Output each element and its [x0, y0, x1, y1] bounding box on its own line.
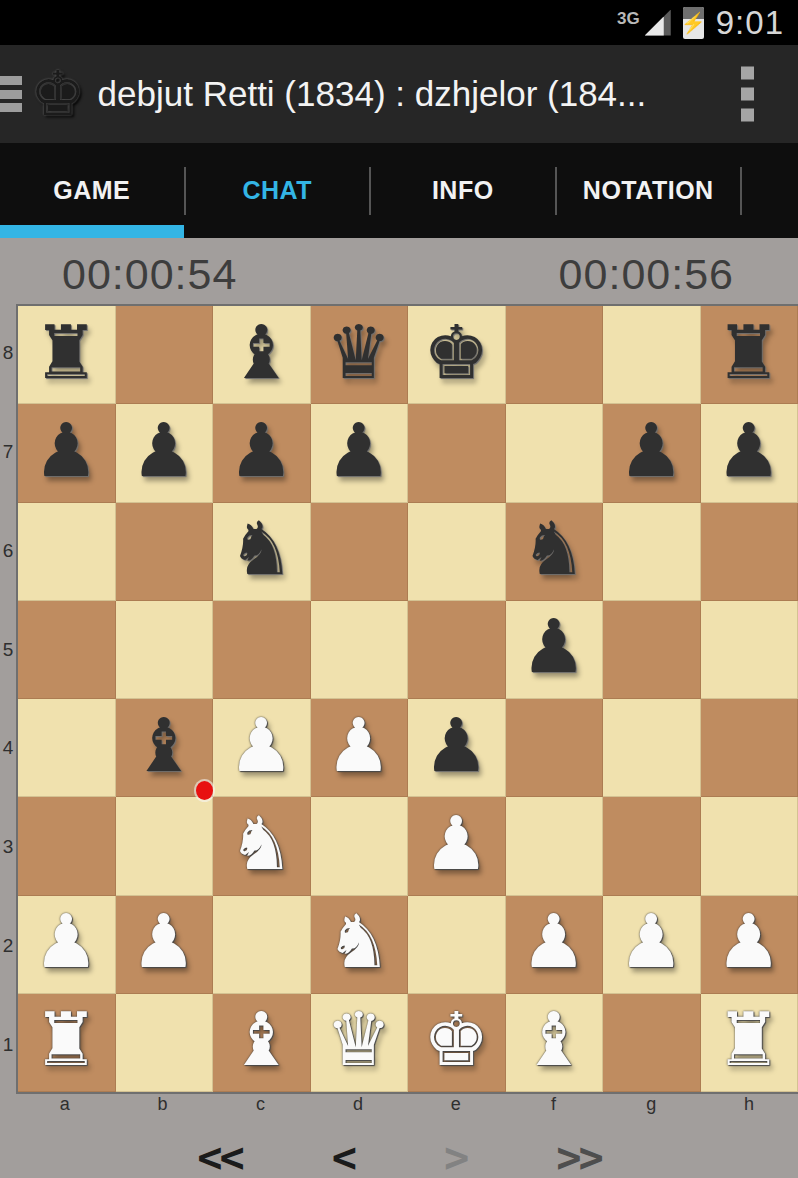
file-label-c: c	[212, 1094, 310, 1114]
square-c3[interactable]: ♞	[213, 797, 311, 895]
square-d8[interactable]: ♛	[311, 306, 409, 404]
game-title: debjut Retti (1834) : dzhjelor (184...	[98, 74, 647, 114]
clock-row: 00:00:54 00:00:56	[0, 238, 798, 304]
square-e7[interactable]	[408, 404, 506, 502]
file-label-g: g	[603, 1094, 701, 1114]
rank-label-7: 7	[0, 403, 16, 502]
piece-white-pawn: ♟	[228, 708, 294, 782]
square-e6[interactable]	[408, 503, 506, 601]
piece-black-bishop: ♝	[228, 315, 294, 389]
file-label-d: d	[309, 1094, 407, 1114]
square-a3[interactable]	[18, 797, 116, 895]
piece-white-queen: ♛	[326, 1002, 392, 1076]
menu-drawer-icon[interactable]	[0, 72, 22, 116]
first-move-button[interactable]: <<	[187, 1133, 252, 1178]
square-h1[interactable]: ♜	[701, 994, 798, 1092]
action-bar: ♚ debjut Retti (1834) : dzhjelor (184...	[0, 45, 798, 143]
square-d5[interactable]	[311, 601, 409, 699]
piece-white-pawn: ♟	[716, 904, 782, 978]
move-navigation: << < > >>	[0, 1122, 798, 1178]
square-c7[interactable]: ♟	[213, 404, 311, 502]
battery-charging-icon: ⚡	[683, 7, 704, 39]
piece-white-bishop: ♝	[228, 1002, 294, 1076]
square-h5[interactable]	[701, 601, 798, 699]
overflow-menu-icon[interactable]	[735, 61, 760, 128]
piece-white-pawn: ♟	[423, 806, 489, 880]
square-g1[interactable]	[603, 994, 701, 1092]
square-b8[interactable]	[116, 306, 214, 404]
tab-video-clipped[interactable]: VI	[742, 143, 798, 238]
rank-label-2: 2	[0, 897, 16, 996]
tab-chat[interactable]: CHAT	[186, 143, 370, 238]
piece-white-rook: ♜	[716, 1002, 782, 1076]
white-player-clock: 00:00:54	[62, 250, 237, 299]
chess-king-app-icon: ♚	[30, 63, 86, 125]
square-g5[interactable]	[603, 601, 701, 699]
square-a7[interactable]: ♟	[18, 404, 116, 502]
piece-black-bishop: ♝	[131, 708, 197, 782]
square-a2[interactable]: ♟	[18, 896, 116, 994]
square-h3[interactable]	[701, 797, 798, 895]
square-h8[interactable]: ♜	[701, 306, 798, 404]
square-b2[interactable]: ♟	[116, 896, 214, 994]
active-tab-underline	[0, 225, 184, 238]
square-h2[interactable]: ♟	[701, 896, 798, 994]
next-move-button[interactable]: >	[434, 1133, 476, 1178]
square-h4[interactable]	[701, 699, 798, 797]
square-c5[interactable]	[213, 601, 311, 699]
tab-info[interactable]: INFO	[371, 143, 555, 238]
piece-black-pawn: ♟	[521, 609, 587, 683]
square-a1[interactable]: ♜	[18, 994, 116, 1092]
rank-label-4: 4	[0, 699, 16, 798]
square-e2[interactable]	[408, 896, 506, 994]
square-e8[interactable]: ♚	[408, 306, 506, 404]
piece-white-king: ♚	[423, 1002, 489, 1076]
square-e3[interactable]: ♟	[408, 797, 506, 895]
file-label-a: a	[16, 1094, 114, 1114]
piece-white-pawn: ♟	[131, 904, 197, 978]
piece-black-pawn: ♟	[326, 413, 392, 487]
signal-strength-icon	[641, 8, 671, 38]
square-b1[interactable]	[116, 994, 214, 1092]
network-indicator: 3G	[617, 8, 671, 38]
piece-black-king: ♚	[423, 315, 489, 389]
piece-black-pawn: ♟	[228, 413, 294, 487]
square-e1[interactable]: ♚	[408, 994, 506, 1092]
square-f5[interactable]: ♟	[506, 601, 604, 699]
piece-black-knight: ♞	[228, 511, 294, 585]
rank-label-6: 6	[0, 502, 16, 601]
square-d1[interactable]: ♛	[311, 994, 409, 1092]
square-g8[interactable]	[603, 306, 701, 404]
black-player-clock: 00:00:56	[559, 250, 734, 299]
square-g2[interactable]: ♟	[603, 896, 701, 994]
square-b6[interactable]	[116, 503, 214, 601]
rank-label-8: 8	[0, 304, 16, 403]
piece-black-rook: ♜	[716, 315, 782, 389]
square-a4[interactable]	[18, 699, 116, 797]
square-f7[interactable]	[506, 404, 604, 502]
square-d7[interactable]: ♟	[311, 404, 409, 502]
square-c2[interactable]	[213, 896, 311, 994]
square-c1[interactable]: ♝	[213, 994, 311, 1092]
piece-black-pawn: ♟	[716, 413, 782, 487]
square-g7[interactable]: ♟	[603, 404, 701, 502]
square-c8[interactable]: ♝	[213, 306, 311, 404]
tab-notation[interactable]: NOTATION	[557, 143, 741, 238]
square-d3[interactable]	[311, 797, 409, 895]
square-d2[interactable]: ♞	[311, 896, 409, 994]
square-b3[interactable]	[116, 797, 214, 895]
piece-black-knight: ♞	[521, 511, 587, 585]
square-h7[interactable]: ♟	[701, 404, 798, 502]
file-labels: abcdefgh	[16, 1094, 798, 1114]
piece-white-pawn: ♟	[521, 904, 587, 978]
square-g3[interactable]	[603, 797, 701, 895]
piece-black-pawn: ♟	[33, 413, 99, 487]
file-label-h: h	[700, 1094, 798, 1114]
status-time: 9:01	[716, 4, 784, 42]
rank-labels: 87654321	[0, 304, 16, 1094]
square-f4[interactable]	[506, 699, 604, 797]
square-f6[interactable]: ♞	[506, 503, 604, 601]
square-f3[interactable]	[506, 797, 604, 895]
square-a6[interactable]	[18, 503, 116, 601]
square-a8[interactable]: ♜	[18, 306, 116, 404]
piece-white-pawn: ♟	[618, 904, 684, 978]
rank-label-1: 1	[0, 995, 16, 1094]
square-c6[interactable]: ♞	[213, 503, 311, 601]
chess-board[interactable]: ♜♝♛♚♜♟♟♟♟♟♟♞♞♟♝♟♟♟♞♟♟♟♞♟♟♟♜♝♛♚♝♜	[16, 304, 798, 1094]
piece-black-rook: ♜	[33, 315, 99, 389]
square-e5[interactable]	[408, 601, 506, 699]
square-d6[interactable]	[311, 503, 409, 601]
last-move-button[interactable]: >>	[546, 1133, 611, 1178]
status-bar: 3G ⚡ 9:01	[0, 0, 798, 45]
piece-black-pawn: ♟	[131, 413, 197, 487]
square-a5[interactable]	[18, 601, 116, 699]
file-label-e: e	[407, 1094, 505, 1114]
square-g6[interactable]	[603, 503, 701, 601]
square-f1[interactable]: ♝	[506, 994, 604, 1092]
piece-white-pawn: ♟	[326, 708, 392, 782]
file-label-f: f	[505, 1094, 603, 1114]
tab-game[interactable]: GAME	[0, 143, 184, 238]
tab-bar: GAME CHAT INFO NOTATION VI	[0, 143, 798, 238]
network-type-label: 3G	[617, 9, 640, 29]
square-f2[interactable]: ♟	[506, 896, 604, 994]
piece-white-pawn: ♟	[33, 904, 99, 978]
piece-white-knight: ♞	[326, 904, 392, 978]
square-f8[interactable]	[506, 306, 604, 404]
square-g4[interactable]	[603, 699, 701, 797]
square-d4[interactable]: ♟	[311, 699, 409, 797]
file-label-b: b	[114, 1094, 212, 1114]
lightning-bolt-icon: ⚡	[683, 7, 704, 39]
previous-move-button[interactable]: <	[322, 1133, 364, 1178]
rank-label-5: 5	[0, 600, 16, 699]
square-c4[interactable]: ♟	[213, 699, 311, 797]
piece-black-pawn: ♟	[423, 708, 489, 782]
square-b4[interactable]: ♝	[116, 699, 214, 797]
piece-white-knight: ♞	[228, 806, 294, 880]
square-h6[interactable]	[701, 503, 798, 601]
piece-white-bishop: ♝	[521, 1002, 587, 1076]
piece-white-rook: ♜	[33, 1002, 99, 1076]
square-b5[interactable]	[116, 601, 214, 699]
square-b7[interactable]: ♟	[116, 404, 214, 502]
piece-black-queen: ♛	[326, 315, 392, 389]
square-e4[interactable]: ♟	[408, 699, 506, 797]
piece-black-pawn: ♟	[618, 413, 684, 487]
rank-label-3: 3	[0, 798, 16, 897]
board-area: 87654321 ♜♝♛♚♜♟♟♟♟♟♟♞♞♟♝♟♟♟♞♟♟♟♞♟♟♟♜♝♛♚♝…	[16, 304, 798, 1114]
